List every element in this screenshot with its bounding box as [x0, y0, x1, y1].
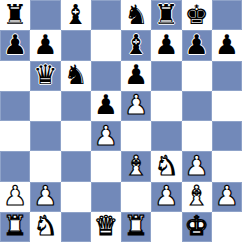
square-e6[interactable]: ♟	[121, 61, 151, 91]
square-c4[interactable]	[61, 121, 91, 151]
piece-white-bishop[interactable]: ♝	[185, 182, 209, 209]
piece-black-bishop[interactable]: ♝	[64, 1, 88, 28]
square-d8[interactable]	[91, 0, 121, 30]
square-a4[interactable]	[0, 121, 30, 151]
square-h3[interactable]	[212, 151, 242, 181]
square-a1[interactable]: ♜	[0, 212, 30, 242]
piece-white-queen[interactable]: ♛	[94, 212, 118, 239]
square-d3[interactable]	[91, 151, 121, 181]
square-e3[interactable]: ♝	[121, 151, 151, 181]
square-g5[interactable]	[182, 91, 212, 121]
piece-white-bishop[interactable]: ♝	[124, 152, 148, 179]
square-g7[interactable]: ♟	[182, 30, 212, 60]
square-g2[interactable]: ♝	[182, 182, 212, 212]
square-f3[interactable]: ♞	[151, 151, 181, 181]
piece-black-rook[interactable]: ♜	[154, 1, 178, 28]
square-a3[interactable]	[0, 151, 30, 181]
square-e1[interactable]: ♜	[121, 212, 151, 242]
square-b1[interactable]: ♞	[30, 212, 60, 242]
piece-white-knight[interactable]: ♞	[154, 152, 178, 179]
square-a7[interactable]: ♟	[0, 30, 30, 60]
piece-white-pawn[interactable]: ♟	[33, 182, 57, 209]
square-c6[interactable]: ♞	[61, 61, 91, 91]
square-f6[interactable]	[151, 61, 181, 91]
square-c7[interactable]	[61, 30, 91, 60]
piece-black-queen[interactable]: ♛	[33, 61, 57, 88]
square-e7[interactable]: ♝	[121, 30, 151, 60]
square-h7[interactable]: ♟	[212, 30, 242, 60]
square-h2[interactable]: ♟	[212, 182, 242, 212]
square-g4[interactable]	[182, 121, 212, 151]
square-b6[interactable]: ♛	[30, 61, 60, 91]
piece-black-bishop[interactable]: ♝	[124, 31, 148, 58]
square-d2[interactable]	[91, 182, 121, 212]
square-d6[interactable]	[91, 61, 121, 91]
square-b8[interactable]	[30, 0, 60, 30]
piece-white-knight[interactable]: ♞	[33, 212, 57, 239]
piece-white-pawn[interactable]: ♟	[3, 182, 27, 209]
square-c2[interactable]	[61, 182, 91, 212]
piece-black-knight[interactable]: ♞	[124, 1, 148, 28]
square-e4[interactable]	[121, 121, 151, 151]
piece-black-pawn[interactable]: ♟	[94, 91, 118, 118]
square-g3[interactable]: ♟	[182, 151, 212, 181]
square-f8[interactable]: ♜	[151, 0, 181, 30]
piece-white-pawn[interactable]: ♟	[215, 182, 239, 209]
square-b5[interactable]	[30, 91, 60, 121]
square-f1[interactable]	[151, 212, 181, 242]
square-a5[interactable]	[0, 91, 30, 121]
square-f4[interactable]	[151, 121, 181, 151]
square-c5[interactable]	[61, 91, 91, 121]
square-d7[interactable]	[91, 30, 121, 60]
square-e8[interactable]: ♞	[121, 0, 151, 30]
square-d4[interactable]: ♟	[91, 121, 121, 151]
square-a6[interactable]	[0, 61, 30, 91]
square-c8[interactable]: ♝	[61, 0, 91, 30]
piece-white-rook[interactable]: ♜	[3, 212, 27, 239]
square-h4[interactable]	[212, 121, 242, 151]
square-g1[interactable]: ♚	[182, 212, 212, 242]
square-f5[interactable]	[151, 91, 181, 121]
piece-black-pawn[interactable]: ♟	[215, 31, 239, 58]
square-b7[interactable]: ♟	[30, 30, 60, 60]
piece-white-pawn[interactable]: ♟	[154, 182, 178, 209]
piece-black-pawn[interactable]: ♟	[185, 31, 209, 58]
piece-white-pawn[interactable]: ♟	[94, 122, 118, 149]
square-h5[interactable]	[212, 91, 242, 121]
square-f2[interactable]: ♟	[151, 182, 181, 212]
square-g8[interactable]: ♚	[182, 0, 212, 30]
square-e5[interactable]: ♟	[121, 91, 151, 121]
piece-black-pawn[interactable]: ♟	[154, 31, 178, 58]
square-c1[interactable]	[61, 212, 91, 242]
square-b4[interactable]	[30, 121, 60, 151]
square-h6[interactable]	[212, 61, 242, 91]
square-b3[interactable]	[30, 151, 60, 181]
piece-black-knight[interactable]: ♞	[64, 61, 88, 88]
square-h1[interactable]	[212, 212, 242, 242]
square-a2[interactable]: ♟	[0, 182, 30, 212]
square-e2[interactable]	[121, 182, 151, 212]
square-d5[interactable]: ♟	[91, 91, 121, 121]
piece-black-pawn[interactable]: ♟	[124, 61, 148, 88]
piece-black-pawn[interactable]: ♟	[33, 31, 57, 58]
square-f7[interactable]: ♟	[151, 30, 181, 60]
piece-black-king[interactable]: ♚	[185, 1, 209, 28]
piece-white-pawn[interactable]: ♟	[185, 152, 209, 179]
square-a8[interactable]: ♜	[0, 0, 30, 30]
chess-board: ♜♝♞♜♚♟♟♝♟♟♟♛♞♟♟♟♟♝♞♟♟♟♟♝♟♜♞♛♜♚	[0, 0, 242, 242]
square-b2[interactable]: ♟	[30, 182, 60, 212]
piece-white-king[interactable]: ♚	[185, 212, 209, 239]
square-g6[interactable]	[182, 61, 212, 91]
square-c3[interactable]	[61, 151, 91, 181]
piece-black-rook[interactable]: ♜	[3, 1, 27, 28]
square-h8[interactable]	[212, 0, 242, 30]
piece-white-pawn[interactable]: ♟	[124, 91, 148, 118]
square-d1[interactable]: ♛	[91, 212, 121, 242]
piece-white-rook[interactable]: ♜	[124, 212, 148, 239]
piece-black-pawn[interactable]: ♟	[3, 31, 27, 58]
